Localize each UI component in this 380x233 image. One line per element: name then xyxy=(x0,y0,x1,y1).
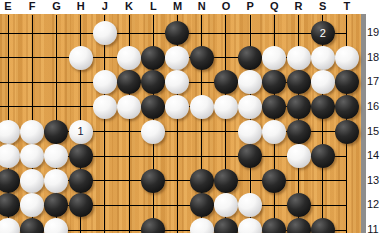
column-label-P: P xyxy=(238,0,262,13)
row-label-11: 11 xyxy=(366,223,380,233)
stone-black-S16 xyxy=(311,95,335,119)
stone-black-H12 xyxy=(69,193,93,217)
stone-white-N11 xyxy=(190,218,214,233)
stone-black-N12 xyxy=(190,193,214,217)
stone-white-P15 xyxy=(238,120,262,144)
stone-black-T15 xyxy=(335,120,359,144)
stone-black-N18 xyxy=(190,46,214,70)
stone-black-O13 xyxy=(214,169,238,193)
stone-white-E15 xyxy=(0,120,20,144)
stone-black-R16 xyxy=(287,95,311,119)
column-label-F: F xyxy=(20,0,44,13)
stone-white-K18 xyxy=(117,46,141,70)
move-number-label: 1 xyxy=(69,120,93,144)
stone-black-G15 xyxy=(44,120,68,144)
stone-black-S19: 2 xyxy=(311,21,335,45)
column-label-M: M xyxy=(165,0,189,13)
stone-white-R14 xyxy=(287,144,311,168)
stone-white-S18 xyxy=(311,46,335,70)
stone-black-S11 xyxy=(311,218,335,233)
stone-black-L13 xyxy=(141,169,165,193)
stone-white-J16 xyxy=(93,95,117,119)
row-label-19: 19 xyxy=(366,26,380,38)
column-label-J: J xyxy=(93,0,117,13)
column-label-K: K xyxy=(117,0,141,13)
stone-white-S17 xyxy=(311,70,335,94)
stone-black-P18 xyxy=(238,46,262,70)
row-label-13: 13 xyxy=(366,174,380,186)
stone-white-N16 xyxy=(190,95,214,119)
stone-black-R15 xyxy=(287,120,311,144)
stone-black-S14 xyxy=(311,144,335,168)
column-label-T: T xyxy=(335,0,359,13)
stone-white-R18 xyxy=(287,46,311,70)
stone-white-O16 xyxy=(214,95,238,119)
stone-black-O17 xyxy=(214,70,238,94)
stone-white-M18 xyxy=(165,46,189,70)
move-number-label: 2 xyxy=(311,21,335,45)
stone-white-Q15 xyxy=(262,120,286,144)
row-label-12: 12 xyxy=(366,198,380,210)
column-label-G: G xyxy=(44,0,68,13)
column-label-Q: Q xyxy=(262,0,286,13)
column-label-E: E xyxy=(0,0,20,13)
stone-white-T18 xyxy=(335,46,359,70)
row-label-18: 18 xyxy=(366,51,380,63)
row-label-17: 17 xyxy=(366,75,380,87)
stone-black-R17 xyxy=(287,70,311,94)
stone-white-H18 xyxy=(69,46,93,70)
row-label-15: 15 xyxy=(366,125,380,137)
stone-white-P16 xyxy=(238,95,262,119)
stone-black-L18 xyxy=(141,46,165,70)
stone-white-L15 xyxy=(141,120,165,144)
stone-white-K16 xyxy=(117,95,141,119)
stone-white-F15 xyxy=(20,120,44,144)
stone-white-G13 xyxy=(44,169,68,193)
go-board-screenshot: EFGHJKLMNOPQRST 191817161514131211 21 xyxy=(0,0,380,233)
column-label-H: H xyxy=(69,0,93,13)
stone-white-Q18 xyxy=(262,46,286,70)
stone-black-N13 xyxy=(190,169,214,193)
stone-white-J19 xyxy=(93,21,117,45)
stone-black-R12 xyxy=(287,193,311,217)
row-label-16: 16 xyxy=(366,100,380,112)
row-label-14: 14 xyxy=(366,149,380,161)
grid-vline-J xyxy=(104,15,105,233)
stone-black-L16 xyxy=(141,95,165,119)
stone-black-H14 xyxy=(69,144,93,168)
stone-black-T16 xyxy=(335,95,359,119)
column-label-L: L xyxy=(141,0,165,13)
column-label-S: S xyxy=(311,0,335,13)
stone-white-H15: 1 xyxy=(69,120,93,144)
stone-black-H13 xyxy=(69,169,93,193)
stone-black-R11 xyxy=(287,218,311,233)
stone-white-F13 xyxy=(20,169,44,193)
stone-black-Q13 xyxy=(262,169,286,193)
column-label-N: N xyxy=(190,0,214,13)
stone-white-J17 xyxy=(93,70,117,94)
column-label-R: R xyxy=(287,0,311,13)
column-label-O: O xyxy=(214,0,238,13)
